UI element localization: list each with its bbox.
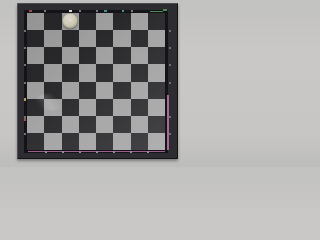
square-c1[interactable]	[62, 133, 79, 150]
square-a5[interactable]	[27, 64, 44, 81]
square-b7[interactable]	[44, 30, 61, 47]
square-f3[interactable]	[113, 99, 130, 116]
square-e1[interactable]	[96, 133, 113, 150]
square-a7[interactable]	[27, 30, 44, 47]
square-c2[interactable]	[62, 116, 79, 133]
square-f4[interactable]	[113, 82, 130, 99]
square-g4[interactable]	[131, 82, 148, 99]
square-e7[interactable]	[96, 30, 113, 47]
square-c5[interactable]	[62, 64, 79, 81]
square-b1[interactable]	[44, 133, 61, 150]
wall	[0, 0, 200, 167]
square-c7[interactable]	[62, 30, 79, 47]
square-d4[interactable]	[79, 82, 96, 99]
board-frame	[17, 3, 178, 159]
square-g3[interactable]	[131, 99, 148, 116]
square-b2[interactable]	[44, 116, 61, 133]
square-f5[interactable]	[113, 64, 130, 81]
square-f8[interactable]	[113, 13, 130, 30]
square-a8[interactable]	[27, 13, 44, 30]
square-d2[interactable]	[79, 116, 96, 133]
square-a2[interactable]	[27, 116, 44, 133]
square-d3[interactable]	[79, 99, 96, 116]
square-b3[interactable]	[44, 99, 61, 116]
square-b4[interactable]	[44, 82, 61, 99]
chessboard	[27, 13, 165, 150]
square-b8[interactable]	[44, 13, 61, 30]
square-g8[interactable]	[131, 13, 148, 30]
square-d7[interactable]	[79, 30, 96, 47]
square-a3[interactable]	[27, 99, 44, 116]
square-f6[interactable]	[113, 47, 130, 64]
square-b5[interactable]	[44, 64, 61, 81]
square-c3[interactable]	[62, 99, 79, 116]
square-g1[interactable]	[131, 133, 148, 150]
square-f7[interactable]	[113, 30, 130, 47]
square-b6[interactable]	[44, 47, 61, 64]
square-h3[interactable]	[148, 99, 165, 116]
square-c8[interactable]	[62, 13, 79, 30]
square-d8[interactable]	[79, 13, 96, 30]
square-h7[interactable]	[148, 30, 165, 47]
square-g6[interactable]	[131, 47, 148, 64]
square-g7[interactable]	[131, 30, 148, 47]
square-f2[interactable]	[113, 116, 130, 133]
square-e4[interactable]	[96, 82, 113, 99]
square-a1[interactable]	[27, 133, 44, 150]
square-e8[interactable]	[96, 13, 113, 30]
square-d6[interactable]	[79, 47, 96, 64]
square-h6[interactable]	[148, 47, 165, 64]
square-f1[interactable]	[113, 133, 130, 150]
square-e6[interactable]	[96, 47, 113, 64]
square-h2[interactable]	[148, 116, 165, 133]
square-g5[interactable]	[131, 64, 148, 81]
square-h4[interactable]	[148, 82, 165, 99]
square-h1[interactable]	[148, 133, 165, 150]
square-g2[interactable]	[131, 116, 148, 133]
square-a6[interactable]	[27, 47, 44, 64]
square-e2[interactable]	[96, 116, 113, 133]
square-c6[interactable]	[62, 47, 79, 64]
square-a4[interactable]	[27, 82, 44, 99]
square-e3[interactable]	[96, 99, 113, 116]
square-h8[interactable]	[148, 13, 165, 30]
square-d5[interactable]	[79, 64, 96, 81]
white-pawn-c8[interactable]	[63, 13, 78, 28]
square-c4[interactable]	[62, 82, 79, 99]
square-e5[interactable]	[96, 64, 113, 81]
square-h5[interactable]	[148, 64, 165, 81]
square-d1[interactable]	[79, 133, 96, 150]
